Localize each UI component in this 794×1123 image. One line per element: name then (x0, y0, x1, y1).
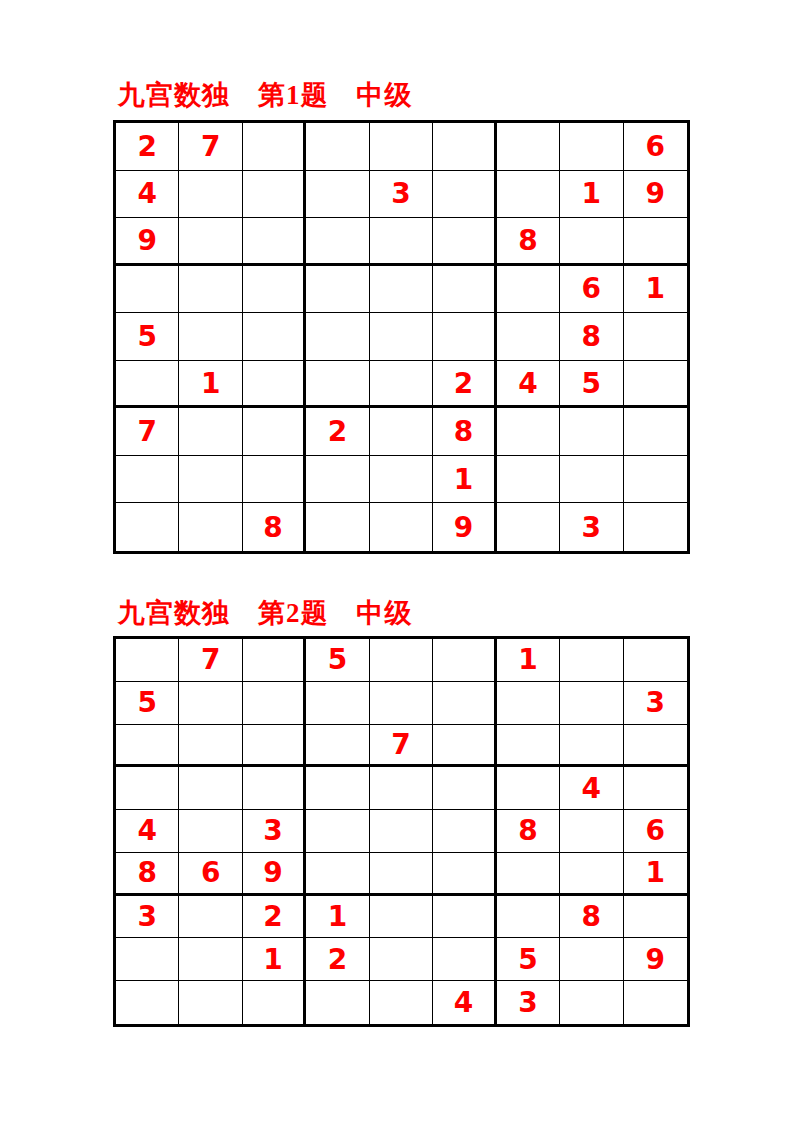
sudoku-cell-r1c1: 2 (116, 123, 179, 171)
sudoku-cell-r4c6 (433, 266, 496, 314)
sudoku-cell-r4c7 (497, 767, 560, 810)
sudoku-cell-r3c5: 7 (370, 725, 433, 768)
sudoku-cell-r1c7 (497, 123, 560, 171)
sudoku-cell-r4c9: 1 (624, 266, 687, 314)
sudoku-cell-r4c6 (433, 767, 496, 810)
sudoku-cell-r5c1: 4 (116, 810, 179, 853)
sudoku-cell-r5c5 (370, 313, 433, 361)
sudoku-cell-r1c1 (116, 639, 179, 682)
sudoku-cell-r6c1: 8 (116, 853, 179, 896)
sudoku-cell-r2c9: 9 (624, 171, 687, 219)
sudoku-cell-r9c3: 8 (243, 503, 306, 551)
sudoku-cell-r3c6 (433, 218, 496, 266)
sudoku-cell-r1c5 (370, 639, 433, 682)
sudoku-cell-r6c5 (370, 361, 433, 409)
sudoku-cell-r2c3 (243, 682, 306, 725)
sudoku-cell-r7c6: 8 (433, 408, 496, 456)
sudoku-cell-r3c9 (624, 218, 687, 266)
sudoku-cell-r9c9 (624, 981, 687, 1024)
sudoku-cell-r9c9 (624, 503, 687, 551)
sudoku-board-1: 276431998615812457281893 (113, 120, 690, 554)
sudoku-cell-r1c9 (624, 639, 687, 682)
sudoku-cell-r2c7 (497, 171, 560, 219)
sudoku-cell-r5c4 (306, 313, 369, 361)
sudoku-cell-r1c8 (560, 639, 623, 682)
sudoku-cell-r5c3: 3 (243, 810, 306, 853)
sudoku-cell-r8c8 (560, 938, 623, 981)
sudoku-cell-r6c3: 9 (243, 853, 306, 896)
sudoku-cell-r8c1 (116, 938, 179, 981)
sudoku-cell-r8c2 (179, 938, 242, 981)
sudoku-cell-r2c8 (560, 682, 623, 725)
sudoku-cell-r9c5 (370, 503, 433, 551)
sudoku-cell-r3c5 (370, 218, 433, 266)
sudoku-cell-r5c9 (624, 313, 687, 361)
sudoku-cell-r5c3 (243, 313, 306, 361)
sudoku-cell-r9c6: 4 (433, 981, 496, 1024)
sudoku-cell-r3c2 (179, 725, 242, 768)
sudoku-cell-r6c1 (116, 361, 179, 409)
sudoku-cell-r4c5 (370, 266, 433, 314)
sudoku-cell-r2c1: 4 (116, 171, 179, 219)
sudoku-cell-r1c4: 5 (306, 639, 369, 682)
sudoku-cell-r3c1 (116, 725, 179, 768)
sudoku-cell-r2c6 (433, 682, 496, 725)
sudoku-cell-r2c4 (306, 171, 369, 219)
sudoku-cell-r5c7 (497, 313, 560, 361)
sudoku-cell-r2c1: 5 (116, 682, 179, 725)
sudoku-cell-r5c1: 5 (116, 313, 179, 361)
sudoku-cell-r1c6 (433, 639, 496, 682)
sudoku-cell-r6c6: 2 (433, 361, 496, 409)
sudoku-cell-r6c7 (497, 853, 560, 896)
sudoku-cell-r5c8 (560, 810, 623, 853)
sudoku-cell-r4c1 (116, 266, 179, 314)
sudoku-cell-r4c8: 6 (560, 266, 623, 314)
puzzle-1-title: 九宫数独 第1题 中级 (118, 81, 413, 109)
sudoku-cell-r1c4 (306, 123, 369, 171)
sudoku-cell-r1c3 (243, 123, 306, 171)
sudoku-cell-r8c4 (306, 456, 369, 504)
sudoku-cell-r5c7: 8 (497, 810, 560, 853)
sudoku-cell-r7c4: 1 (306, 896, 369, 939)
sudoku-cell-r4c4 (306, 266, 369, 314)
sudoku-cell-r2c2 (179, 171, 242, 219)
sudoku-cell-r1c6 (433, 123, 496, 171)
sudoku-cell-r7c9 (624, 408, 687, 456)
sudoku-cell-r4c1 (116, 767, 179, 810)
sudoku-cell-r2c2 (179, 682, 242, 725)
sudoku-cell-r9c2 (179, 503, 242, 551)
sudoku-cell-r9c5 (370, 981, 433, 1024)
sudoku-cell-r1c2: 7 (179, 123, 242, 171)
sudoku-cell-r2c6 (433, 171, 496, 219)
sudoku-cell-r8c5 (370, 456, 433, 504)
sudoku-cell-r8c4: 2 (306, 938, 369, 981)
sudoku-cell-r3c4 (306, 218, 369, 266)
sudoku-cell-r5c5 (370, 810, 433, 853)
sudoku-cell-r6c7: 4 (497, 361, 560, 409)
sudoku-cell-r2c7 (497, 682, 560, 725)
sudoku-cell-r8c2 (179, 456, 242, 504)
sudoku-cell-r1c2: 7 (179, 639, 242, 682)
sudoku-cell-r3c2 (179, 218, 242, 266)
sudoku-cell-r6c8 (560, 853, 623, 896)
sudoku-cell-r7c1: 7 (116, 408, 179, 456)
sudoku-cell-r5c8: 8 (560, 313, 623, 361)
sudoku-cell-r7c6 (433, 896, 496, 939)
sudoku-cell-r1c7: 1 (497, 639, 560, 682)
sudoku-cell-r5c9: 6 (624, 810, 687, 853)
sudoku-cell-r9c4 (306, 503, 369, 551)
sudoku-cell-r8c9: 9 (624, 938, 687, 981)
sudoku-cell-r2c9: 3 (624, 682, 687, 725)
sudoku-cell-r8c6: 1 (433, 456, 496, 504)
sudoku-cell-r3c7 (497, 725, 560, 768)
sudoku-cell-r9c2 (179, 981, 242, 1024)
sudoku-cell-r3c7: 8 (497, 218, 560, 266)
sudoku-cell-r8c6 (433, 938, 496, 981)
sudoku-cell-r8c7: 5 (497, 938, 560, 981)
sudoku-cell-r9c8 (560, 981, 623, 1024)
sudoku-cell-r7c8 (560, 408, 623, 456)
sudoku-cell-r9c7 (497, 503, 560, 551)
sudoku-cell-r7c5 (370, 408, 433, 456)
sudoku-cell-r3c8 (560, 725, 623, 768)
sudoku-cell-r7c5 (370, 896, 433, 939)
sudoku-cell-r5c2 (179, 313, 242, 361)
sudoku-cell-r8c1 (116, 456, 179, 504)
sudoku-cell-r2c8: 1 (560, 171, 623, 219)
sudoku-cell-r8c3: 1 (243, 938, 306, 981)
sudoku-cell-r1c9: 6 (624, 123, 687, 171)
sudoku-cell-r7c1: 3 (116, 896, 179, 939)
sudoku-cell-r1c3 (243, 639, 306, 682)
sudoku-cell-r4c2 (179, 767, 242, 810)
sudoku-cell-r6c8: 5 (560, 361, 623, 409)
sudoku-cell-r6c5 (370, 853, 433, 896)
sudoku-cell-r8c3 (243, 456, 306, 504)
sudoku-cell-r8c5 (370, 938, 433, 981)
sudoku-cell-r9c1 (116, 981, 179, 1024)
sudoku-cell-r6c2: 6 (179, 853, 242, 896)
sudoku-cell-r7c2 (179, 896, 242, 939)
sudoku-cell-r1c5 (370, 123, 433, 171)
sudoku-cell-r1c8 (560, 123, 623, 171)
sudoku-cell-r9c4 (306, 981, 369, 1024)
sudoku-cell-r6c9: 1 (624, 853, 687, 896)
sudoku-cell-r9c1 (116, 503, 179, 551)
sudoku-board-2: 7515374438686913218125943 (113, 636, 690, 1027)
sudoku-cell-r7c8: 8 (560, 896, 623, 939)
sudoku-cell-r9c3 (243, 981, 306, 1024)
sudoku-cell-r7c3: 2 (243, 896, 306, 939)
sudoku-cell-r6c4 (306, 853, 369, 896)
sudoku-cell-r7c7 (497, 408, 560, 456)
sudoku-cell-r2c5: 3 (370, 171, 433, 219)
sudoku-cell-r2c5 (370, 682, 433, 725)
sudoku-cell-r4c8: 4 (560, 767, 623, 810)
sudoku-cell-r7c2 (179, 408, 242, 456)
sudoku-cell-r3c1: 9 (116, 218, 179, 266)
sudoku-cell-r4c4 (306, 767, 369, 810)
sudoku-cell-r4c2 (179, 266, 242, 314)
sudoku-cell-r5c2 (179, 810, 242, 853)
sudoku-cell-r3c4 (306, 725, 369, 768)
sudoku-cell-r2c3 (243, 171, 306, 219)
sudoku-cell-r9c7: 3 (497, 981, 560, 1024)
sudoku-cell-r7c3 (243, 408, 306, 456)
sudoku-cell-r6c6 (433, 853, 496, 896)
sudoku-cell-r6c9 (624, 361, 687, 409)
sudoku-cell-r5c4 (306, 810, 369, 853)
sudoku-cell-r3c3 (243, 218, 306, 266)
sudoku-cell-r6c3 (243, 361, 306, 409)
sudoku-cell-r7c7 (497, 896, 560, 939)
puzzle-2-title: 九宫数独 第2题 中级 (118, 599, 413, 627)
sudoku-cell-r4c7 (497, 266, 560, 314)
sudoku-cell-r3c6 (433, 725, 496, 768)
sudoku-cell-r9c8: 3 (560, 503, 623, 551)
sudoku-cell-r8c7 (497, 456, 560, 504)
sudoku-cell-r4c5 (370, 767, 433, 810)
sudoku-cell-r4c3 (243, 266, 306, 314)
sudoku-cell-r5c6 (433, 810, 496, 853)
sudoku-cell-r6c2: 1 (179, 361, 242, 409)
sudoku-cell-r4c3 (243, 767, 306, 810)
sudoku-cell-r5c6 (433, 313, 496, 361)
sudoku-cell-r7c4: 2 (306, 408, 369, 456)
sudoku-cell-r2c4 (306, 682, 369, 725)
sudoku-cell-r7c9 (624, 896, 687, 939)
sudoku-cell-r4c9 (624, 767, 687, 810)
sudoku-cell-r3c9 (624, 725, 687, 768)
sudoku-cell-r6c4 (306, 361, 369, 409)
sudoku-cell-r9c6: 9 (433, 503, 496, 551)
sudoku-cell-r8c8 (560, 456, 623, 504)
sudoku-cell-r8c9 (624, 456, 687, 504)
sudoku-cell-r3c8 (560, 218, 623, 266)
sudoku-cell-r3c3 (243, 725, 306, 768)
